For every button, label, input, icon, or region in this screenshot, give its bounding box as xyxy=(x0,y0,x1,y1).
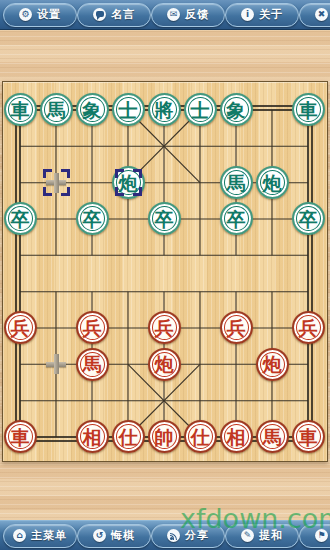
piece-char: 相 xyxy=(83,428,102,447)
piece-char: 兵 xyxy=(155,319,174,338)
piece-char: 卒 xyxy=(299,210,318,229)
board-grid-pieces[interactable]: 車馬象士將士象車炮馬炮卒卒卒卒卒兵兵兵兵兵馬炮炮車相仕帥仕相馬車 xyxy=(2,92,326,456)
offer-draw-label: 提和 xyxy=(259,528,283,543)
piece-red-horse[interactable]: 馬 xyxy=(256,420,289,453)
main-menu-button[interactable]: ⌂ 主菜单 xyxy=(3,524,77,548)
piece-char: 炮 xyxy=(119,174,138,193)
undo-move-label: 悔棋 xyxy=(111,528,135,543)
app-screen: ⚙ 设置 名言 ✉ 反馈 i 关于 ✖ 退出 xyxy=(0,0,330,550)
info-icon: i xyxy=(241,8,254,21)
piece-char: 車 xyxy=(11,428,30,447)
piece-red-soldier[interactable]: 兵 xyxy=(292,311,325,344)
piece-red-general[interactable]: 帥 xyxy=(148,420,181,453)
piece-char: 馬 xyxy=(47,101,66,120)
home-icon: ⌂ xyxy=(13,529,26,542)
offer-draw-button[interactable]: ✎ 提和 xyxy=(225,524,299,548)
pencil-icon: ✎ xyxy=(241,529,254,542)
piece-red-soldier[interactable]: 兵 xyxy=(4,311,37,344)
speech-bubble-icon xyxy=(93,8,106,21)
piece-char: 卒 xyxy=(227,210,246,229)
piece-char: 相 xyxy=(227,428,246,447)
toolbar-top: ⚙ 设置 名言 ✉ 反馈 i 关于 ✖ 退出 xyxy=(0,0,330,30)
piece-char: 象 xyxy=(227,101,246,120)
settings-label: 设置 xyxy=(37,7,61,22)
exit-button[interactable]: ✖ 退出 xyxy=(299,3,330,27)
piece-char: 卒 xyxy=(155,210,174,229)
piece-red-horse[interactable]: 馬 xyxy=(76,348,109,381)
piece-black-rook[interactable]: 車 xyxy=(4,93,37,126)
share-icon xyxy=(167,529,180,542)
gear-icon: ⚙ xyxy=(19,8,32,21)
piece-red-cannon[interactable]: 炮 xyxy=(148,348,181,381)
piece-char: 將 xyxy=(155,101,174,120)
undo-move-button[interactable]: ↺ 悔棋 xyxy=(77,524,151,548)
piece-red-elephant[interactable]: 相 xyxy=(220,420,253,453)
feedback-button[interactable]: ✉ 反馈 xyxy=(151,3,225,27)
piece-char: 士 xyxy=(191,101,210,120)
piece-black-soldier[interactable]: 卒 xyxy=(76,202,109,235)
piece-red-soldier[interactable]: 兵 xyxy=(76,311,109,344)
piece-red-soldier[interactable]: 兵 xyxy=(148,311,181,344)
piece-black-soldier[interactable]: 卒 xyxy=(4,202,37,235)
piece-char: 兵 xyxy=(227,319,246,338)
resign-button[interactable]: ⚑ 认输 xyxy=(299,524,330,548)
piece-char: 車 xyxy=(11,101,30,120)
share-label: 分享 xyxy=(185,528,209,543)
piece-char: 馬 xyxy=(227,174,246,193)
piece-black-elephant[interactable]: 象 xyxy=(220,93,253,126)
about-button[interactable]: i 关于 xyxy=(225,3,299,27)
piece-char: 炮 xyxy=(263,174,282,193)
piece-black-cannon[interactable]: 炮 xyxy=(256,166,289,199)
close-icon: ✖ xyxy=(315,8,328,21)
piece-black-cannon[interactable]: 炮 xyxy=(112,166,145,199)
piece-black-soldier[interactable]: 卒 xyxy=(292,202,325,235)
piece-black-elephant[interactable]: 象 xyxy=(76,93,109,126)
piece-char: 馬 xyxy=(83,355,102,374)
envelope-icon: ✉ xyxy=(167,8,180,21)
piece-red-elephant[interactable]: 相 xyxy=(76,420,109,453)
piece-black-soldier[interactable]: 卒 xyxy=(148,202,181,235)
flag-icon: ⚑ xyxy=(315,529,328,542)
xiangqi-board[interactable]: 車馬象士將士象車炮馬炮卒卒卒卒卒兵兵兵兵兵馬炮炮車相仕帥仕相馬車 xyxy=(2,81,328,462)
point-marker-cross xyxy=(46,354,66,374)
piece-red-advisor[interactable]: 仕 xyxy=(184,420,217,453)
piece-black-rook[interactable]: 車 xyxy=(292,93,325,126)
piece-char: 車 xyxy=(299,428,318,447)
piece-char: 馬 xyxy=(263,428,282,447)
piece-black-horse[interactable]: 馬 xyxy=(40,93,73,126)
main-menu-label: 主菜单 xyxy=(31,528,67,543)
share-button[interactable]: 分享 xyxy=(151,524,225,548)
piece-char: 車 xyxy=(299,101,318,120)
piece-red-rook[interactable]: 車 xyxy=(4,420,37,453)
piece-char: 炮 xyxy=(155,355,174,374)
piece-char: 士 xyxy=(119,101,138,120)
piece-char: 帥 xyxy=(155,428,174,447)
piece-red-rook[interactable]: 車 xyxy=(292,420,325,453)
point-marker-cross xyxy=(46,173,66,193)
piece-char: 卒 xyxy=(11,210,30,229)
piece-black-advisor[interactable]: 士 xyxy=(112,93,145,126)
piece-char: 炮 xyxy=(263,355,282,374)
piece-red-cannon[interactable]: 炮 xyxy=(256,348,289,381)
piece-char: 兵 xyxy=(83,319,102,338)
about-label: 关于 xyxy=(259,7,283,22)
piece-char: 兵 xyxy=(11,319,30,338)
piece-char: 仕 xyxy=(119,428,138,447)
piece-char: 象 xyxy=(83,101,102,120)
piece-char: 兵 xyxy=(299,319,318,338)
piece-black-horse[interactable]: 馬 xyxy=(220,166,253,199)
piece-red-advisor[interactable]: 仕 xyxy=(112,420,145,453)
toolbar-bottom: ⌂ 主菜单 ↺ 悔棋 分享 ✎ 提和 ⚑ 认输 xyxy=(0,520,330,550)
piece-black-advisor[interactable]: 士 xyxy=(184,93,217,126)
piece-char: 仕 xyxy=(191,428,210,447)
feedback-label: 反馈 xyxy=(185,7,209,22)
quotes-label: 名言 xyxy=(111,7,135,22)
settings-button[interactable]: ⚙ 设置 xyxy=(3,3,77,27)
piece-black-general[interactable]: 將 xyxy=(148,93,181,126)
piece-red-soldier[interactable]: 兵 xyxy=(220,311,253,344)
piece-black-soldier[interactable]: 卒 xyxy=(220,202,253,235)
piece-char: 卒 xyxy=(83,210,102,229)
quotes-button[interactable]: 名言 xyxy=(77,3,151,27)
undo-icon: ↺ xyxy=(93,529,106,542)
